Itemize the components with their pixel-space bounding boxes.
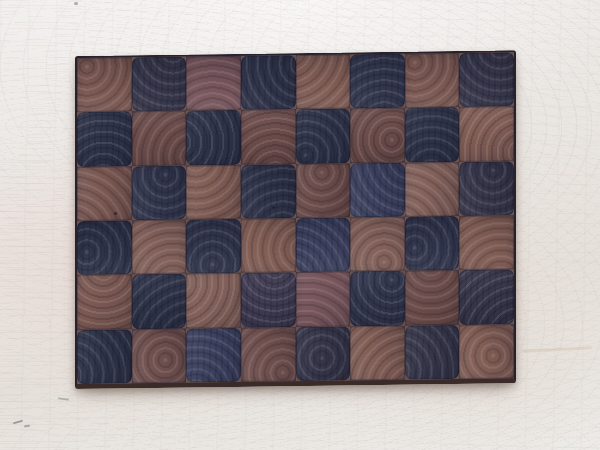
board-square xyxy=(186,327,241,382)
board-square xyxy=(296,54,351,109)
board-square xyxy=(132,57,187,112)
board-square xyxy=(405,162,460,217)
board-square xyxy=(459,270,514,325)
board-square xyxy=(77,166,132,221)
board-square xyxy=(405,325,460,380)
board-knot-speck xyxy=(114,212,117,215)
board-square xyxy=(186,164,241,219)
board-square xyxy=(296,217,351,272)
board-square xyxy=(350,325,405,380)
cutting-board-grid xyxy=(75,50,516,389)
board-square xyxy=(296,326,351,381)
board-square xyxy=(350,54,405,109)
board-square xyxy=(405,53,460,108)
board-square xyxy=(241,55,296,110)
board-square xyxy=(241,218,296,273)
board-square xyxy=(350,162,405,217)
board-square xyxy=(459,107,514,162)
board-square xyxy=(77,329,132,384)
photo-scene xyxy=(0,0,600,450)
board-knot-speck xyxy=(272,206,275,209)
board-square xyxy=(132,328,187,383)
board-square xyxy=(77,112,132,167)
board-square xyxy=(459,161,514,216)
board-square xyxy=(186,273,241,328)
board-square xyxy=(77,275,132,330)
board-square xyxy=(186,219,241,274)
board-square xyxy=(296,272,351,327)
board-square xyxy=(459,215,514,270)
board-square xyxy=(405,107,460,162)
board-square xyxy=(132,111,187,166)
board-square xyxy=(186,56,241,111)
board-square xyxy=(350,108,405,163)
board-square xyxy=(459,324,514,379)
board-square xyxy=(132,274,187,329)
board-square xyxy=(186,110,241,165)
board-square xyxy=(77,220,132,275)
table-speck xyxy=(74,2,78,5)
board-square xyxy=(459,52,514,107)
board-square xyxy=(405,270,460,325)
board-square xyxy=(132,165,187,220)
board-square xyxy=(350,217,405,272)
board-square xyxy=(296,163,351,218)
board-square xyxy=(241,164,296,219)
board-square xyxy=(350,271,405,326)
board-square xyxy=(241,109,296,164)
board-square xyxy=(241,272,296,327)
board-square xyxy=(405,216,460,271)
board-square xyxy=(132,220,187,275)
board-square xyxy=(77,57,132,112)
board-square xyxy=(241,327,296,382)
board-square xyxy=(296,109,351,164)
